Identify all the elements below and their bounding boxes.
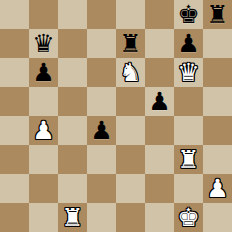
square-f1[interactable] bbox=[145, 203, 174, 232]
square-c4[interactable] bbox=[58, 116, 87, 145]
square-a7[interactable] bbox=[0, 29, 29, 58]
black-pawn[interactable]: ♟ bbox=[32, 58, 54, 87]
square-a3[interactable] bbox=[0, 145, 29, 174]
square-b1[interactable] bbox=[29, 203, 58, 232]
square-g5[interactable] bbox=[174, 87, 203, 116]
white-rook[interactable]: ♜ bbox=[177, 145, 199, 174]
black-pawn[interactable]: ♟ bbox=[148, 87, 170, 116]
square-g7[interactable]: ♟ bbox=[174, 29, 203, 58]
square-e1[interactable] bbox=[116, 203, 145, 232]
square-b5[interactable] bbox=[29, 87, 58, 116]
square-f6[interactable] bbox=[145, 58, 174, 87]
square-h1[interactable] bbox=[203, 203, 232, 232]
square-e8[interactable] bbox=[116, 0, 145, 29]
square-g8[interactable]: ♚ bbox=[174, 0, 203, 29]
square-b2[interactable] bbox=[29, 174, 58, 203]
square-d8[interactable] bbox=[87, 0, 116, 29]
square-f2[interactable] bbox=[145, 174, 174, 203]
square-h8[interactable]: ♜ bbox=[203, 0, 232, 29]
square-f3[interactable] bbox=[145, 145, 174, 174]
black-pawn[interactable]: ♟ bbox=[177, 29, 199, 58]
black-pawn[interactable]: ♟ bbox=[90, 116, 112, 145]
square-d4[interactable]: ♟ bbox=[87, 116, 116, 145]
square-d6[interactable] bbox=[87, 58, 116, 87]
white-rook[interactable]: ♜ bbox=[61, 203, 83, 232]
square-b3[interactable] bbox=[29, 145, 58, 174]
square-e3[interactable] bbox=[116, 145, 145, 174]
square-g3[interactable]: ♜ bbox=[174, 145, 203, 174]
chess-board: ♚♜♛♜♟♟♞♛♟♟♟♜♟♜♚ bbox=[0, 0, 232, 232]
white-king[interactable]: ♚ bbox=[177, 203, 199, 232]
square-h3[interactable] bbox=[203, 145, 232, 174]
square-b6[interactable]: ♟ bbox=[29, 58, 58, 87]
square-h5[interactable] bbox=[203, 87, 232, 116]
square-f4[interactable] bbox=[145, 116, 174, 145]
square-a1[interactable] bbox=[0, 203, 29, 232]
square-b7[interactable]: ♛ bbox=[29, 29, 58, 58]
square-e4[interactable] bbox=[116, 116, 145, 145]
square-f8[interactable] bbox=[145, 0, 174, 29]
square-d5[interactable] bbox=[87, 87, 116, 116]
square-d3[interactable] bbox=[87, 145, 116, 174]
square-a6[interactable] bbox=[0, 58, 29, 87]
square-g4[interactable] bbox=[174, 116, 203, 145]
square-c2[interactable] bbox=[58, 174, 87, 203]
square-g2[interactable] bbox=[174, 174, 203, 203]
square-c6[interactable] bbox=[58, 58, 87, 87]
square-c5[interactable] bbox=[58, 87, 87, 116]
square-e2[interactable] bbox=[116, 174, 145, 203]
square-h6[interactable] bbox=[203, 58, 232, 87]
white-queen[interactable]: ♛ bbox=[177, 58, 199, 87]
square-c3[interactable] bbox=[58, 145, 87, 174]
square-d2[interactable] bbox=[87, 174, 116, 203]
square-a2[interactable] bbox=[0, 174, 29, 203]
black-queen[interactable]: ♛ bbox=[32, 29, 54, 58]
square-c8[interactable] bbox=[58, 0, 87, 29]
white-pawn[interactable]: ♟ bbox=[32, 116, 54, 145]
square-f5[interactable]: ♟ bbox=[145, 87, 174, 116]
square-d1[interactable] bbox=[87, 203, 116, 232]
square-h2[interactable]: ♟ bbox=[203, 174, 232, 203]
black-rook[interactable]: ♜ bbox=[119, 29, 141, 58]
square-g1[interactable]: ♚ bbox=[174, 203, 203, 232]
square-e5[interactable] bbox=[116, 87, 145, 116]
square-a5[interactable] bbox=[0, 87, 29, 116]
white-knight[interactable]: ♞ bbox=[119, 58, 141, 87]
square-f7[interactable] bbox=[145, 29, 174, 58]
square-c7[interactable] bbox=[58, 29, 87, 58]
square-b4[interactable]: ♟ bbox=[29, 116, 58, 145]
square-a4[interactable] bbox=[0, 116, 29, 145]
white-pawn[interactable]: ♟ bbox=[206, 174, 228, 203]
square-c1[interactable]: ♜ bbox=[58, 203, 87, 232]
square-b8[interactable] bbox=[29, 0, 58, 29]
square-a8[interactable] bbox=[0, 0, 29, 29]
square-g6[interactable]: ♛ bbox=[174, 58, 203, 87]
square-h4[interactable] bbox=[203, 116, 232, 145]
black-king[interactable]: ♚ bbox=[177, 0, 199, 29]
square-h7[interactable] bbox=[203, 29, 232, 58]
black-rook[interactable]: ♜ bbox=[206, 0, 228, 29]
square-e6[interactable]: ♞ bbox=[116, 58, 145, 87]
square-e7[interactable]: ♜ bbox=[116, 29, 145, 58]
square-d7[interactable] bbox=[87, 29, 116, 58]
